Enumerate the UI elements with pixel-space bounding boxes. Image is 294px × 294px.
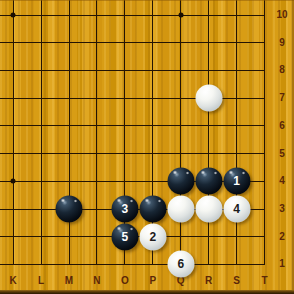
move-number: 5 [111,223,138,250]
stone-Q4[interactable] [167,168,194,195]
stone-S4[interactable]: 1 [223,168,250,195]
grid-line-col-K [13,0,14,265]
star-point-K10 [11,13,16,18]
grid-line-row-1 [0,264,265,265]
row-label-1: 1 [271,258,293,269]
move-number [167,168,194,195]
move-number [139,196,166,223]
grid-line-col-T [264,0,265,265]
row-label-9: 9 [271,37,293,48]
stone-S3[interactable]: 4 [223,196,250,223]
stone-O3[interactable]: 3 [111,196,138,223]
grid-line-col-N [96,0,97,265]
row-label-3: 3 [271,203,293,214]
move-number [195,168,222,195]
board-bottom-edge [0,290,294,294]
col-label-L: L [30,275,52,286]
grid-line-col-Q [180,0,181,265]
grid-line-row-6 [0,125,265,126]
move-number [167,196,194,223]
grid-line-row-9 [0,42,265,43]
stone-Q3[interactable] [167,196,194,223]
grid-line-row-5 [0,153,265,154]
stone-R7[interactable] [195,85,222,112]
move-number: 6 [167,251,194,278]
grid-line-col-R [208,0,209,265]
go-diagram-screenshot: 10987654321KLMNOPQRST135426 [0,0,294,294]
grid-line-col-L [41,0,42,265]
row-label-8: 8 [271,64,293,75]
col-label-T: T [253,275,275,286]
board-top-edge [0,0,294,1]
col-label-K: K [2,275,24,286]
stone-R4[interactable] [195,168,222,195]
row-label-6: 6 [271,120,293,131]
stone-O2[interactable]: 5 [111,223,138,250]
grid-line-col-S [236,0,237,265]
grid-line-col-M [69,0,70,265]
row-label-4: 4 [271,175,293,186]
col-label-S: S [226,275,248,286]
grid-line-row-7 [0,98,265,99]
go-board[interactable]: 10987654321KLMNOPQRST135426 [0,0,294,294]
star-point-K4 [11,179,16,184]
board-right-edge [292,0,294,294]
row-label-5: 5 [271,148,293,159]
col-label-M: M [58,275,80,286]
grid-line-row-8 [0,70,265,71]
star-point-Q10 [178,13,183,18]
stone-R3[interactable] [195,196,222,223]
stone-P2[interactable]: 2 [139,223,166,250]
move-number [56,196,83,223]
move-number: 2 [139,223,166,250]
stone-M3[interactable] [56,196,83,223]
move-number [195,85,222,112]
stone-Q1[interactable]: 6 [167,251,194,278]
move-number: 3 [111,196,138,223]
col-label-N: N [86,275,108,286]
move-number: 1 [223,168,250,195]
col-label-O: O [114,275,136,286]
row-label-7: 7 [271,92,293,103]
row-label-2: 2 [271,231,293,242]
col-label-R: R [198,275,220,286]
stone-P3[interactable] [139,196,166,223]
grid-line-row-10 [0,15,265,16]
col-label-P: P [142,275,164,286]
row-label-10: 10 [271,9,293,20]
move-number [195,196,222,223]
move-number: 4 [223,196,250,223]
